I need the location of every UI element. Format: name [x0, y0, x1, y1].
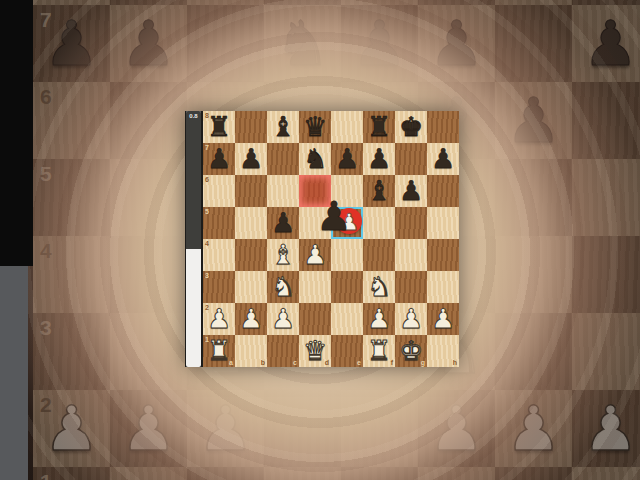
left-black-strip: [0, 0, 33, 266]
piece-black-rook-a8[interactable]: ♜: [203, 111, 235, 143]
square-d4[interactable]: ♟: [299, 239, 331, 271]
square-h1[interactable]: h: [427, 335, 459, 367]
square-d8[interactable]: ♛: [299, 111, 331, 143]
bg-piece-white-rook-f1: ♜: [418, 467, 495, 480]
square-g2[interactable]: ♟: [395, 303, 427, 335]
file-label-c: c: [293, 359, 297, 366]
bg-square-g5: [495, 159, 572, 236]
square-e8[interactable]: [331, 111, 363, 143]
bg-square-g1: ♚: [495, 467, 572, 480]
square-e1[interactable]: e: [331, 335, 363, 367]
square-b5[interactable]: [235, 207, 267, 239]
square-a4[interactable]: 4: [203, 239, 235, 271]
bg-square-g2: ♟: [495, 390, 572, 467]
bg-square-g3: [495, 313, 572, 390]
square-f4[interactable]: [363, 239, 395, 271]
bg-piece-white-pawn-b2: ♟: [110, 390, 187, 467]
piece-white-pawn-b2[interactable]: ♟: [235, 303, 267, 335]
bg-square-a6: 6: [33, 82, 110, 159]
bg-square-h7: ♟: [572, 5, 640, 82]
square-a8[interactable]: 8♜: [203, 111, 235, 143]
bg-piece-black-knight-d7: ♞: [264, 5, 341, 82]
bg-square-a2: 2♟: [33, 390, 110, 467]
square-h8[interactable]: [427, 111, 459, 143]
square-f3[interactable]: ♞: [363, 271, 395, 303]
square-e3[interactable]: [331, 271, 363, 303]
bg-piece-white-pawn-f2: ♟: [418, 390, 495, 467]
square-c6[interactable]: [267, 175, 299, 207]
piece-black-bishop-f6[interactable]: ♝: [363, 175, 395, 207]
bg-piece-black-pawn-b7: ♟: [110, 5, 187, 82]
bg-square-b2: ♟: [110, 390, 187, 467]
piece-white-pawn-g2[interactable]: ♟: [395, 303, 427, 335]
bg-rank-label-6: 6: [40, 86, 52, 107]
piece-white-queen-d1[interactable]: ♛: [299, 335, 331, 367]
piece-white-knight-f3[interactable]: ♞: [363, 271, 395, 303]
square-f5[interactable]: [363, 207, 395, 239]
bg-square-h5: [572, 159, 640, 236]
piece-black-bishop-c8[interactable]: ♝: [267, 111, 299, 143]
piece-black-queen-d8[interactable]: ♛: [299, 111, 331, 143]
bg-square-b3: [110, 313, 187, 390]
square-c3[interactable]: ♞: [267, 271, 299, 303]
square-c8[interactable]: ♝: [267, 111, 299, 143]
analysis-screenshot: 0.8 8♜♝♛♜♚7♟♟♞♟♟♟6♝♟5♟♟♟4♝♟3♞♞2♟♟♟♟♟♟1a♜…: [185, 111, 459, 367]
square-g7[interactable]: [395, 143, 427, 175]
piece-black-pawn-e5[interactable]: ♟: [310, 192, 358, 240]
square-d3[interactable]: [299, 271, 331, 303]
piece-black-pawn-e7[interactable]: ♟: [331, 143, 363, 175]
bg-piece-white-queen-d1: ♛: [264, 467, 341, 480]
piece-black-knight-d7[interactable]: ♞: [299, 143, 331, 175]
bg-square-a4: 4: [33, 236, 110, 313]
file-label-e: e: [357, 359, 361, 366]
bg-piece-white-pawn-h2: ♟: [572, 390, 640, 467]
bg-rank-label-2: 2: [40, 394, 52, 415]
bg-rank-label-5: 5: [40, 163, 52, 184]
piece-white-rook-f1[interactable]: ♜: [363, 335, 395, 367]
bg-square-b4: [110, 236, 187, 313]
square-h2[interactable]: ♟: [427, 303, 459, 335]
square-f1[interactable]: f♜: [363, 335, 395, 367]
square-g5[interactable]: [395, 207, 427, 239]
bg-square-g4: [495, 236, 572, 313]
bg-square-h6: [572, 82, 640, 159]
piece-black-pawn-g6[interactable]: ♟: [395, 175, 427, 207]
bg-piece-black-pawn-h7: ♟: [572, 5, 640, 82]
square-c2[interactable]: ♟: [267, 303, 299, 335]
bg-square-h2: ♟: [572, 390, 640, 467]
evaluation-bar: 0.8: [186, 111, 201, 367]
square-e4[interactable]: [331, 239, 363, 271]
square-b6[interactable]: [235, 175, 267, 207]
square-a7[interactable]: 7♟: [203, 143, 235, 175]
file-label-h: h: [453, 359, 457, 366]
evaluation-bar-black-portion: 0.8: [186, 111, 201, 249]
square-g6[interactable]: ♟: [395, 175, 427, 207]
piece-white-pawn-c2[interactable]: ♟: [267, 303, 299, 335]
piece-black-pawn-f7[interactable]: ♟: [363, 143, 395, 175]
bg-piece-black-pawn-e7: ♟: [341, 5, 418, 82]
bg-square-h3: [572, 313, 640, 390]
square-h3[interactable]: [427, 271, 459, 303]
square-d1[interactable]: d♛: [299, 335, 331, 367]
square-a2[interactable]: 2♟: [203, 303, 235, 335]
bg-rank-label-3: 3: [40, 317, 52, 338]
bg-piece-white-king-g1: ♚: [495, 467, 572, 480]
bg-square-f7: ♟: [418, 5, 495, 82]
piece-black-pawn-c5[interactable]: ♟: [267, 207, 299, 239]
rank-label-4: 4: [205, 240, 209, 247]
square-b1[interactable]: b: [235, 335, 267, 367]
left-gray-strip: [0, 266, 28, 480]
bg-square-c7: [187, 5, 264, 82]
square-a6[interactable]: 6: [203, 175, 235, 207]
square-f8[interactable]: ♜: [363, 111, 395, 143]
piece-black-king-g8[interactable]: ♚: [395, 111, 427, 143]
square-d2[interactable]: [299, 303, 331, 335]
evaluation-score: 0.8: [186, 113, 201, 119]
bg-square-g6: ♟: [495, 82, 572, 159]
square-h5[interactable]: [427, 207, 459, 239]
square-c1[interactable]: c: [267, 335, 299, 367]
bg-square-a3: 3: [33, 313, 110, 390]
square-c7[interactable]: [267, 143, 299, 175]
bg-square-d7: ♞: [264, 5, 341, 82]
square-h6[interactable]: [427, 175, 459, 207]
square-c5[interactable]: ♟: [267, 207, 299, 239]
square-a5[interactable]: 5: [203, 207, 235, 239]
rank-label-3: 3: [205, 272, 209, 279]
bg-square-b7: ♟: [110, 5, 187, 82]
piece-black-pawn-h7[interactable]: ♟: [427, 143, 459, 175]
square-f7[interactable]: ♟: [363, 143, 395, 175]
square-b3[interactable]: [235, 271, 267, 303]
piece-white-pawn-f2[interactable]: ♟: [363, 303, 395, 335]
square-b8[interactable]: [235, 111, 267, 143]
piece-white-rook-a1[interactable]: ♜: [203, 335, 235, 367]
square-f6[interactable]: ♝: [363, 175, 395, 207]
square-b2[interactable]: ♟: [235, 303, 267, 335]
bg-square-c1: [187, 467, 264, 480]
piece-black-rook-f8[interactable]: ♜: [363, 111, 395, 143]
file-label-b: b: [261, 359, 265, 366]
square-h7[interactable]: ♟: [427, 143, 459, 175]
square-a1[interactable]: 1a♜: [203, 335, 235, 367]
bg-square-a7: 7♟: [33, 5, 110, 82]
bg-square-b6: [110, 82, 187, 159]
bg-rank-label-1: 1: [40, 471, 52, 480]
bg-square-b1: [110, 467, 187, 480]
square-g3[interactable]: [395, 271, 427, 303]
square-g4[interactable]: [395, 239, 427, 271]
bg-piece-white-pawn-c2: ♟: [187, 390, 264, 467]
piece-white-pawn-d4[interactable]: ♟: [299, 239, 331, 271]
piece-white-king-g1[interactable]: ♚: [395, 335, 427, 367]
chessboard[interactable]: 8♜♝♛♜♚7♟♟♞♟♟♟6♝♟5♟♟♟4♝♟3♞♞2♟♟♟♟♟♟1a♜bcd♛…: [203, 111, 459, 367]
bg-square-h4: [572, 236, 640, 313]
rank-label-5: 5: [205, 208, 209, 215]
piece-white-knight-c3[interactable]: ♞: [267, 271, 299, 303]
square-b7[interactable]: ♟: [235, 143, 267, 175]
piece-white-pawn-a2[interactable]: ♟: [203, 303, 235, 335]
piece-black-pawn-a7[interactable]: ♟: [203, 143, 235, 175]
square-f2[interactable]: ♟: [363, 303, 395, 335]
bg-square-h1: [572, 467, 640, 480]
square-g1[interactable]: g♚: [395, 335, 427, 367]
bg-square-e1: [341, 467, 418, 480]
square-e5[interactable]: ♟♟: [331, 207, 363, 239]
bg-square-g7: [495, 5, 572, 82]
bg-piece-white-pawn-g2: ♟: [495, 390, 572, 467]
rank-label-6: 6: [205, 176, 209, 183]
square-e7[interactable]: ♟: [331, 143, 363, 175]
square-c4[interactable]: ♝: [267, 239, 299, 271]
bg-square-b5: [110, 159, 187, 236]
square-g8[interactable]: ♚: [395, 111, 427, 143]
bg-square-e7: ♟: [341, 5, 418, 82]
piece-white-pawn-h2[interactable]: ♟: [427, 303, 459, 335]
square-a3[interactable]: 3: [203, 271, 235, 303]
square-b4[interactable]: [235, 239, 267, 271]
square-e2[interactable]: [331, 303, 363, 335]
bg-piece-black-pawn-f7: ♟: [418, 5, 495, 82]
bg-square-e2: [341, 390, 418, 467]
piece-black-pawn-b7[interactable]: ♟: [235, 143, 267, 175]
bg-rank-label-4: 4: [40, 240, 52, 261]
bg-square-d1: ♛: [264, 467, 341, 480]
bg-square-f1: ♜: [418, 467, 495, 480]
bg-square-a1: 1♜: [33, 467, 110, 480]
bg-square-d2: [264, 390, 341, 467]
bg-rank-label-7: 7: [40, 9, 52, 30]
piece-white-bishop-c4[interactable]: ♝: [267, 239, 299, 271]
square-d7[interactable]: ♞: [299, 143, 331, 175]
bg-square-c2: ♟: [187, 390, 264, 467]
bg-piece-black-pawn-g6: ♟: [495, 82, 572, 159]
bg-square-f2: ♟: [418, 390, 495, 467]
bg-square-a5: 5: [33, 159, 110, 236]
video-frame: 8♜♝♛♜♚7♟♟♞♟♟♟6♝♟5♟♟4♝♟3♞♞2♟♟♟♟♟♟1♜♛♜♚ 0.…: [0, 0, 640, 480]
square-h4[interactable]: [427, 239, 459, 271]
